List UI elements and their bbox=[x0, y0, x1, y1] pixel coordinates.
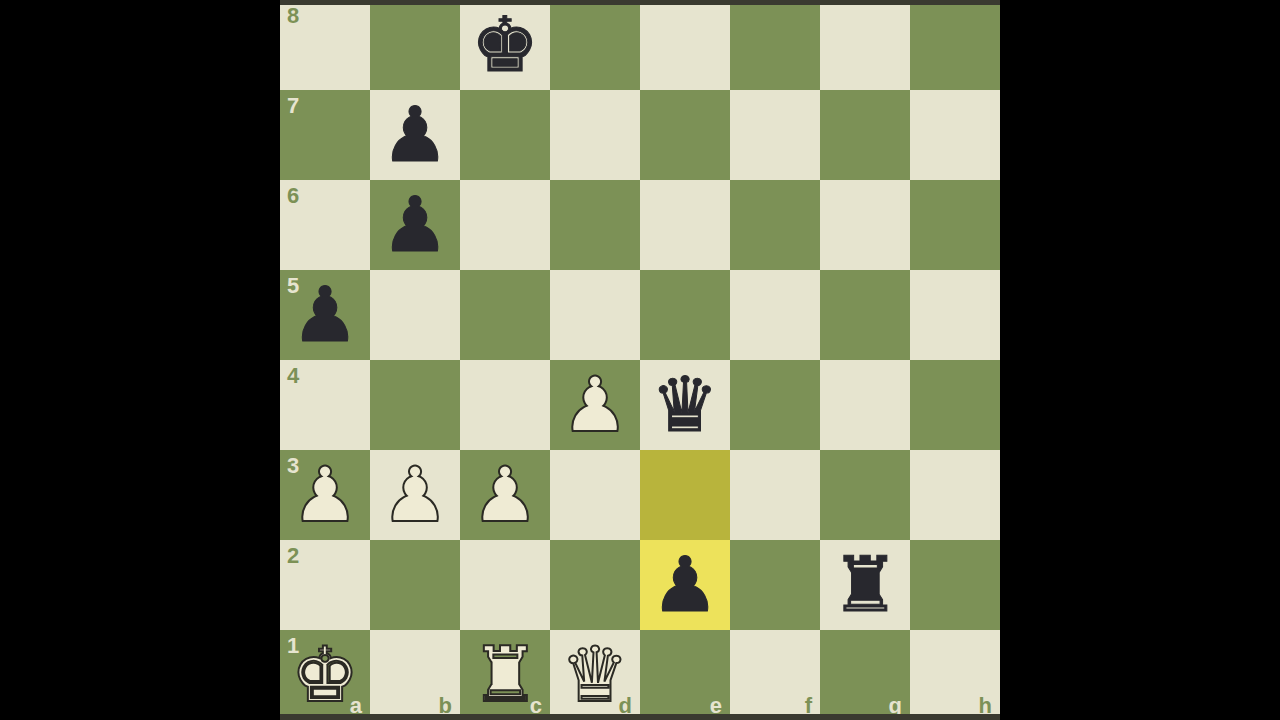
square-d6[interactable] bbox=[550, 180, 640, 270]
square-b1[interactable]: b bbox=[370, 630, 460, 720]
white-rook[interactable]: ♜ bbox=[460, 630, 550, 720]
square-d4[interactable]: ♟ bbox=[550, 360, 640, 450]
black-pawn[interactable]: ♟ bbox=[370, 90, 460, 180]
rank-label-7: 7 bbox=[287, 93, 299, 119]
white-king[interactable]: ♚ bbox=[280, 630, 370, 720]
square-e5[interactable] bbox=[640, 270, 730, 360]
white-pawn[interactable]: ♟ bbox=[280, 450, 370, 540]
square-g3[interactable] bbox=[820, 450, 910, 540]
square-g1[interactable]: g bbox=[820, 630, 910, 720]
black-pawn[interactable]: ♟ bbox=[280, 270, 370, 360]
square-d5[interactable] bbox=[550, 270, 640, 360]
square-b5[interactable] bbox=[370, 270, 460, 360]
square-a6[interactable]: 6 bbox=[280, 180, 370, 270]
square-h7[interactable] bbox=[910, 90, 1000, 180]
square-h8[interactable] bbox=[910, 0, 1000, 90]
square-c2[interactable] bbox=[460, 540, 550, 630]
square-g5[interactable] bbox=[820, 270, 910, 360]
square-e1[interactable]: e bbox=[640, 630, 730, 720]
black-rook[interactable]: ♜ bbox=[820, 540, 910, 630]
square-d7[interactable] bbox=[550, 90, 640, 180]
square-e6[interactable] bbox=[640, 180, 730, 270]
square-c6[interactable] bbox=[460, 180, 550, 270]
square-f6[interactable] bbox=[730, 180, 820, 270]
left-black-bar bbox=[0, 0, 280, 720]
square-a3[interactable]: 3♟ bbox=[280, 450, 370, 540]
square-d1[interactable]: d♛ bbox=[550, 630, 640, 720]
square-h4[interactable] bbox=[910, 360, 1000, 450]
right-black-bar bbox=[1000, 0, 1280, 720]
white-queen[interactable]: ♛ bbox=[550, 630, 640, 720]
square-a7[interactable]: 7 bbox=[280, 90, 370, 180]
board-bottom-edge-strip bbox=[280, 714, 1000, 720]
rank-label-8: 8 bbox=[287, 3, 299, 29]
square-d2[interactable] bbox=[550, 540, 640, 630]
rank-label-2: 2 bbox=[287, 543, 299, 569]
square-b7[interactable]: ♟ bbox=[370, 90, 460, 180]
square-a1[interactable]: 1a♚ bbox=[280, 630, 370, 720]
white-pawn[interactable]: ♟ bbox=[550, 360, 640, 450]
square-c1[interactable]: c♜ bbox=[460, 630, 550, 720]
square-f4[interactable] bbox=[730, 360, 820, 450]
square-c8[interactable]: ♚ bbox=[460, 0, 550, 90]
black-queen[interactable]: ♛ bbox=[640, 360, 730, 450]
white-pawn[interactable]: ♟ bbox=[460, 450, 550, 540]
square-g8[interactable] bbox=[820, 0, 910, 90]
square-e8[interactable] bbox=[640, 0, 730, 90]
black-pawn[interactable]: ♟ bbox=[640, 540, 730, 630]
square-g2[interactable]: ♜ bbox=[820, 540, 910, 630]
square-b8[interactable] bbox=[370, 0, 460, 90]
square-f5[interactable] bbox=[730, 270, 820, 360]
square-f2[interactable] bbox=[730, 540, 820, 630]
square-g6[interactable] bbox=[820, 180, 910, 270]
board-top-edge-strip bbox=[280, 0, 1000, 5]
square-b2[interactable] bbox=[370, 540, 460, 630]
square-h1[interactable]: h bbox=[910, 630, 1000, 720]
square-f3[interactable] bbox=[730, 450, 820, 540]
square-a8[interactable]: 8 bbox=[280, 0, 370, 90]
square-b6[interactable]: ♟ bbox=[370, 180, 460, 270]
square-f8[interactable] bbox=[730, 0, 820, 90]
square-c4[interactable] bbox=[460, 360, 550, 450]
square-g4[interactable] bbox=[820, 360, 910, 450]
black-king[interactable]: ♚ bbox=[460, 0, 550, 90]
square-e4[interactable]: ♛ bbox=[640, 360, 730, 450]
square-a4[interactable]: 4 bbox=[280, 360, 370, 450]
square-c7[interactable] bbox=[460, 90, 550, 180]
square-c5[interactable] bbox=[460, 270, 550, 360]
square-h3[interactable] bbox=[910, 450, 1000, 540]
rank-label-6: 6 bbox=[287, 183, 299, 209]
square-h5[interactable] bbox=[910, 270, 1000, 360]
black-pawn[interactable]: ♟ bbox=[370, 180, 460, 270]
square-h6[interactable] bbox=[910, 180, 1000, 270]
square-e3[interactable] bbox=[640, 450, 730, 540]
square-e7[interactable] bbox=[640, 90, 730, 180]
square-f1[interactable]: f bbox=[730, 630, 820, 720]
square-f7[interactable] bbox=[730, 90, 820, 180]
chessboard: 8♚7♟6♟5♟4♟♛3♟♟♟2♟♜1a♚bc♜d♛efgh bbox=[280, 0, 1000, 720]
white-pawn[interactable]: ♟ bbox=[370, 450, 460, 540]
square-c3[interactable]: ♟ bbox=[460, 450, 550, 540]
square-b4[interactable] bbox=[370, 360, 460, 450]
square-d3[interactable] bbox=[550, 450, 640, 540]
square-b3[interactable]: ♟ bbox=[370, 450, 460, 540]
rank-label-4: 4 bbox=[287, 363, 299, 389]
square-e2[interactable]: ♟ bbox=[640, 540, 730, 630]
square-a5[interactable]: 5♟ bbox=[280, 270, 370, 360]
square-d8[interactable] bbox=[550, 0, 640, 90]
square-a2[interactable]: 2 bbox=[280, 540, 370, 630]
square-h2[interactable] bbox=[910, 540, 1000, 630]
video-frame: 8♚7♟6♟5♟4♟♛3♟♟♟2♟♜1a♚bc♜d♛efgh bbox=[0, 0, 1280, 720]
square-g7[interactable] bbox=[820, 90, 910, 180]
